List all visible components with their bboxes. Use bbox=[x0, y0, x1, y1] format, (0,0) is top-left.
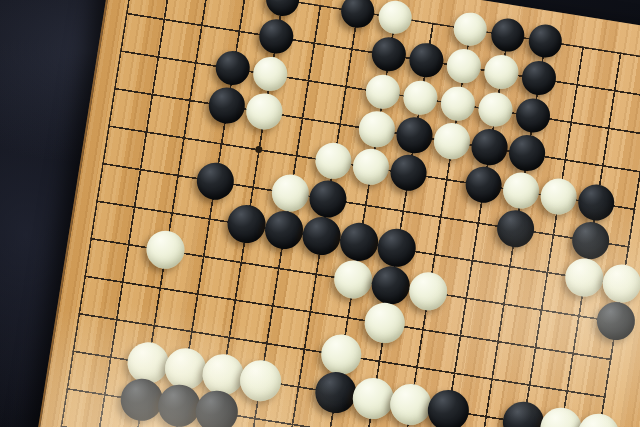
black-stone[interactable]: ● bbox=[507, 133, 547, 173]
black-stone[interactable]: ● bbox=[207, 85, 247, 125]
black-stone[interactable]: ● bbox=[225, 202, 268, 245]
white-stone[interactable]: ○ bbox=[401, 78, 441, 118]
black-stone[interactable]: ● bbox=[375, 226, 418, 269]
white-stone[interactable]: ○ bbox=[331, 257, 375, 301]
star-point bbox=[255, 146, 263, 154]
black-stone[interactable]: ● bbox=[575, 182, 616, 223]
white-stone[interactable]: ○ bbox=[537, 404, 584, 427]
white-stone[interactable]: ○ bbox=[237, 357, 284, 404]
black-stone[interactable]: ● bbox=[263, 0, 301, 18]
white-stone[interactable]: ○ bbox=[269, 171, 311, 213]
white-stone[interactable]: ○ bbox=[318, 331, 364, 377]
white-stone[interactable]: ○ bbox=[376, 0, 414, 36]
go-board: ●●○○●●●●●○○●●○○○○○●●○○●○●●○○●●○○●●○●●●●●… bbox=[18, 0, 640, 427]
black-stone[interactable]: ● bbox=[193, 388, 241, 427]
black-stone[interactable]: ● bbox=[500, 398, 547, 427]
black-stone[interactable]: ● bbox=[394, 115, 434, 155]
white-stone[interactable]: ○ bbox=[482, 53, 521, 92]
white-stone[interactable]: ○ bbox=[362, 300, 407, 345]
white-stone[interactable]: ○ bbox=[350, 146, 391, 187]
black-stone[interactable]: ● bbox=[463, 164, 504, 205]
go-photo-scene: ●●○○●●●●●○○●●○○○○○●●○○●○●●○○●●○○●●○●●●●●… bbox=[0, 0, 640, 427]
white-stone[interactable]: ○ bbox=[538, 176, 579, 217]
white-stone[interactable]: ○ bbox=[451, 10, 489, 48]
white-stone[interactable]: ○ bbox=[313, 140, 354, 181]
black-stone[interactable]: ● bbox=[369, 35, 408, 74]
black-stone[interactable]: ● bbox=[488, 16, 526, 54]
black-stone[interactable]: ● bbox=[337, 220, 380, 263]
black-stone[interactable]: ● bbox=[494, 207, 536, 249]
black-stone[interactable]: ● bbox=[262, 208, 305, 251]
board-grid[interactable]: ●●○○●●●●●○○●●○○○○○●●○○●○●●○○●●○○●●○●●●●●… bbox=[54, 0, 640, 427]
black-stone[interactable]: ● bbox=[424, 386, 471, 427]
white-stone[interactable]: ○ bbox=[387, 380, 434, 427]
white-stone[interactable]: ○ bbox=[363, 72, 403, 112]
black-stone[interactable]: ● bbox=[388, 152, 429, 193]
black-stone[interactable]: ● bbox=[569, 219, 611, 261]
white-stone[interactable]: ○ bbox=[500, 170, 541, 211]
black-stone[interactable]: ● bbox=[194, 159, 236, 201]
black-stone[interactable]: ● bbox=[338, 0, 376, 30]
white-stone[interactable]: ○ bbox=[357, 109, 397, 149]
black-stone[interactable]: ● bbox=[213, 48, 253, 88]
white-stone[interactable]: ○ bbox=[349, 374, 396, 421]
white-stone[interactable]: ○ bbox=[143, 228, 187, 272]
white-stone[interactable]: ○ bbox=[563, 256, 606, 299]
white-stone[interactable]: ○ bbox=[445, 47, 484, 86]
white-stone[interactable]: ○ bbox=[432, 121, 472, 161]
black-stone[interactable]: ● bbox=[526, 22, 564, 60]
black-stone[interactable]: ● bbox=[520, 59, 559, 98]
black-stone[interactable]: ● bbox=[469, 127, 509, 167]
white-stone[interactable]: ○ bbox=[600, 262, 640, 305]
black-stone[interactable]: ● bbox=[306, 177, 348, 219]
black-stone[interactable]: ● bbox=[513, 96, 553, 136]
black-stone[interactable]: ● bbox=[594, 299, 638, 343]
black-stone[interactable]: ● bbox=[300, 214, 343, 257]
white-stone[interactable]: ○ bbox=[250, 54, 290, 94]
white-stone[interactable]: ○ bbox=[438, 84, 478, 124]
white-stone[interactable]: ○ bbox=[575, 410, 622, 427]
black-stone[interactable]: ● bbox=[257, 17, 296, 56]
black-stone[interactable]: ● bbox=[369, 263, 413, 307]
white-stone[interactable]: ○ bbox=[244, 91, 284, 131]
black-stone[interactable]: ● bbox=[312, 369, 359, 416]
white-stone[interactable]: ○ bbox=[476, 90, 516, 130]
black-stone[interactable]: ● bbox=[407, 41, 446, 80]
white-stone[interactable]: ○ bbox=[406, 269, 450, 313]
